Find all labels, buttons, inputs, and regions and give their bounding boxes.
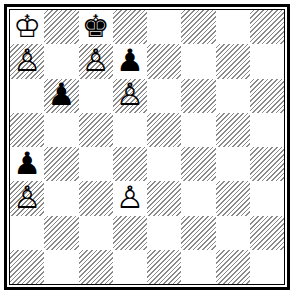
square-f8[interactable] bbox=[181, 10, 215, 44]
board-frame-outer: ♔♚♙♙♟♟♙♟♙♙ bbox=[4, 4, 290, 290]
square-c1[interactable] bbox=[79, 250, 113, 284]
square-g6[interactable] bbox=[216, 79, 250, 113]
square-h5[interactable] bbox=[250, 113, 284, 147]
square-g5[interactable] bbox=[216, 113, 250, 147]
square-g2[interactable] bbox=[216, 216, 250, 250]
square-f4[interactable] bbox=[181, 147, 215, 181]
square-e5[interactable] bbox=[147, 113, 181, 147]
square-f7[interactable] bbox=[181, 44, 215, 78]
piece-white-pawn[interactable]: ♙ bbox=[13, 45, 41, 76]
square-a7[interactable]: ♙ bbox=[10, 44, 44, 78]
square-c2[interactable] bbox=[79, 216, 113, 250]
square-a6[interactable] bbox=[10, 79, 44, 113]
square-a5[interactable] bbox=[10, 113, 44, 147]
square-g1[interactable] bbox=[216, 250, 250, 284]
square-d5[interactable] bbox=[113, 113, 147, 147]
square-e2[interactable] bbox=[147, 216, 181, 250]
square-d6[interactable]: ♙ bbox=[113, 79, 147, 113]
square-a1[interactable] bbox=[10, 250, 44, 284]
square-f5[interactable] bbox=[181, 113, 215, 147]
square-c7[interactable]: ♙ bbox=[79, 44, 113, 78]
square-h6[interactable] bbox=[250, 79, 284, 113]
square-b7[interactable] bbox=[44, 44, 78, 78]
square-c5[interactable] bbox=[79, 113, 113, 147]
square-h1[interactable] bbox=[250, 250, 284, 284]
square-c4[interactable] bbox=[79, 147, 113, 181]
square-h4[interactable] bbox=[250, 147, 284, 181]
piece-white-pawn[interactable]: ♙ bbox=[116, 79, 144, 110]
square-a2[interactable] bbox=[10, 216, 44, 250]
square-e1[interactable] bbox=[147, 250, 181, 284]
square-g8[interactable] bbox=[216, 10, 250, 44]
square-d2[interactable] bbox=[113, 216, 147, 250]
square-d4[interactable] bbox=[113, 147, 147, 181]
square-e8[interactable] bbox=[147, 10, 181, 44]
square-f2[interactable] bbox=[181, 216, 215, 250]
square-e3[interactable] bbox=[147, 181, 181, 215]
square-b3[interactable] bbox=[44, 181, 78, 215]
chess-diagram: ♔♚♙♙♟♟♙♟♙♙ bbox=[4, 4, 290, 290]
square-h2[interactable] bbox=[250, 216, 284, 250]
piece-white-pawn[interactable]: ♙ bbox=[82, 45, 110, 76]
square-g7[interactable] bbox=[216, 44, 250, 78]
square-h3[interactable] bbox=[250, 181, 284, 215]
square-f6[interactable] bbox=[181, 79, 215, 113]
square-b4[interactable] bbox=[44, 147, 78, 181]
piece-white-pawn[interactable]: ♙ bbox=[116, 182, 144, 213]
square-g3[interactable] bbox=[216, 181, 250, 215]
piece-black-pawn[interactable]: ♟ bbox=[47, 79, 75, 110]
square-b8[interactable] bbox=[44, 10, 78, 44]
square-d3[interactable]: ♙ bbox=[113, 181, 147, 215]
square-h8[interactable] bbox=[250, 10, 284, 44]
square-d1[interactable] bbox=[113, 250, 147, 284]
piece-white-king[interactable]: ♔ bbox=[13, 11, 41, 42]
square-b5[interactable] bbox=[44, 113, 78, 147]
square-e7[interactable] bbox=[147, 44, 181, 78]
piece-black-pawn[interactable]: ♟ bbox=[116, 45, 144, 76]
piece-white-pawn[interactable]: ♙ bbox=[13, 182, 41, 213]
chess-board: ♔♚♙♙♟♟♙♟♙♙ bbox=[10, 10, 284, 284]
piece-black-king[interactable]: ♚ bbox=[82, 11, 110, 42]
square-b1[interactable] bbox=[44, 250, 78, 284]
square-a3[interactable]: ♙ bbox=[10, 181, 44, 215]
square-c6[interactable] bbox=[79, 79, 113, 113]
square-e6[interactable] bbox=[147, 79, 181, 113]
board-frame-inner: ♔♚♙♙♟♟♙♟♙♙ bbox=[9, 9, 285, 285]
square-d8[interactable] bbox=[113, 10, 147, 44]
square-b2[interactable] bbox=[44, 216, 78, 250]
square-d7[interactable]: ♟ bbox=[113, 44, 147, 78]
piece-black-pawn[interactable]: ♟ bbox=[13, 148, 41, 179]
square-c8[interactable]: ♚ bbox=[79, 10, 113, 44]
square-a4[interactable]: ♟ bbox=[10, 147, 44, 181]
square-c3[interactable] bbox=[79, 181, 113, 215]
square-a8[interactable]: ♔ bbox=[10, 10, 44, 44]
square-g4[interactable] bbox=[216, 147, 250, 181]
square-f1[interactable] bbox=[181, 250, 215, 284]
square-e4[interactable] bbox=[147, 147, 181, 181]
square-f3[interactable] bbox=[181, 181, 215, 215]
square-b6[interactable]: ♟ bbox=[44, 79, 78, 113]
square-h7[interactable] bbox=[250, 44, 284, 78]
